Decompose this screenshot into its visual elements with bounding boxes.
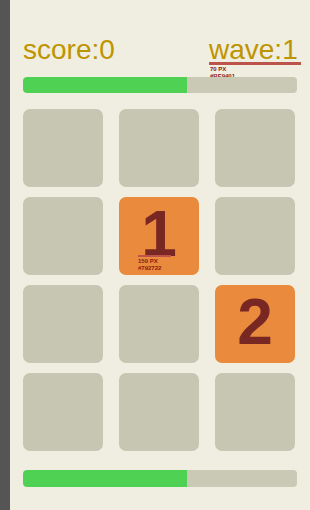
tile-value: 2 bbox=[237, 290, 273, 358]
empty-cell bbox=[119, 285, 199, 363]
tile-value: 1 bbox=[141, 202, 177, 270]
empty-cell bbox=[23, 285, 103, 363]
tile-1: 1150 PX#792722 bbox=[119, 197, 199, 275]
top-progress-fill bbox=[23, 77, 187, 93]
game-board[interactable]: 1150 PX#7927222 bbox=[23, 109, 295, 451]
wave-measure-underline bbox=[209, 62, 301, 65]
bottom-progress-bar bbox=[23, 470, 297, 487]
bottom-progress-fill bbox=[23, 470, 187, 487]
empty-cell bbox=[119, 373, 199, 451]
empty-cell bbox=[119, 109, 199, 187]
empty-cell bbox=[215, 373, 295, 451]
wave-label: wave:1 bbox=[209, 36, 298, 64]
wave-annotation-size: 70 PX bbox=[210, 66, 235, 73]
empty-cell bbox=[215, 109, 295, 187]
score-label: score:0 bbox=[23, 36, 115, 64]
empty-cell bbox=[23, 109, 103, 187]
top-progress-bar bbox=[23, 77, 297, 93]
empty-cell bbox=[23, 373, 103, 451]
empty-cell bbox=[215, 197, 295, 275]
game-screen: score:0 wave:1 70 PX #BE9401 1150 PX#792… bbox=[10, 0, 310, 510]
empty-cell bbox=[23, 197, 103, 275]
tile-2: 2 bbox=[215, 285, 295, 363]
